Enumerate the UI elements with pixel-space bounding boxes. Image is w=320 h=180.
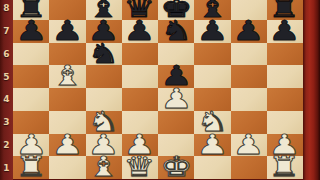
rank-label-3: 3 [0,111,13,134]
black-pawn[interactable]: ♟ [232,21,264,42]
square-b7[interactable]: ♟ [49,20,85,43]
square-a1[interactable]: ♜ [13,156,49,179]
square-f7[interactable]: ♟ [194,20,230,43]
black-pawn[interactable]: ♟ [51,21,83,42]
white-king[interactable]: ♚ [160,157,192,178]
white-pawn[interactable]: ♟ [196,134,228,155]
square-h7[interactable]: ♟ [267,20,303,43]
square-h5[interactable] [267,65,303,88]
rank-label-strip: 87654321 [0,0,13,180]
square-d7[interactable]: ♟ [122,20,158,43]
square-h1[interactable]: ♜ [267,156,303,179]
board-right-border [303,0,320,180]
square-e4[interactable]: ♟ [158,88,194,111]
black-pawn[interactable]: ♟ [196,21,228,42]
black-pawn[interactable]: ♟ [269,21,301,42]
square-g7[interactable]: ♟ [231,20,267,43]
square-g2[interactable]: ♟ [231,134,267,157]
square-f2[interactable]: ♟ [194,134,230,157]
rank-label-2: 2 [0,134,13,157]
white-rook[interactable]: ♜ [269,157,301,178]
white-bishop[interactable]: ♝ [87,157,119,178]
white-pawn[interactable]: ♟ [160,89,192,110]
black-knight[interactable]: ♞ [160,21,192,42]
rank-label-8: 8 [0,0,13,20]
square-g5[interactable] [231,65,267,88]
rank-label-4: 4 [0,88,13,111]
square-g4[interactable] [231,88,267,111]
square-e1[interactable]: ♚ [158,156,194,179]
square-b5[interactable]: ♝ [49,65,85,88]
square-a7[interactable]: ♟ [13,20,49,43]
square-h4[interactable] [267,88,303,111]
rank-label-6: 6 [0,43,13,66]
square-e7[interactable]: ♞ [158,20,194,43]
rank-label-1: 1 [0,156,13,179]
chess-board: ♜♝♛♚♝♜♟♟♟♟♞♟♟♟♞♝♟♟♞♞♟♟♟♟♟♟♟♜♝♛♚♜ [13,0,303,179]
square-d1[interactable]: ♛ [122,156,158,179]
white-rook[interactable]: ♜ [15,157,47,178]
square-d5[interactable] [122,65,158,88]
square-c1[interactable]: ♝ [86,156,122,179]
white-pawn[interactable]: ♟ [232,134,264,155]
square-d4[interactable] [122,88,158,111]
square-a5[interactable] [13,65,49,88]
chess-board-frame: 87654321 ♜♝♛♚♝♜♟♟♟♟♞♟♟♟♞♝♟♟♞♞♟♟♟♟♟♟♟♜♝♛♚… [0,0,320,180]
white-queen[interactable]: ♛ [124,157,156,178]
rank-labels: 87654321 [0,0,13,179]
black-knight[interactable]: ♞ [87,43,119,64]
black-pawn[interactable]: ♟ [15,21,47,42]
square-b2[interactable]: ♟ [49,134,85,157]
rank-label-5: 5 [0,65,13,88]
square-f5[interactable] [194,65,230,88]
rank-label-7: 7 [0,20,13,43]
white-pawn[interactable]: ♟ [51,134,83,155]
black-pawn[interactable]: ♟ [124,21,156,42]
white-bishop[interactable]: ♝ [51,66,83,87]
square-a4[interactable] [13,88,49,111]
square-c6[interactable]: ♞ [86,43,122,66]
